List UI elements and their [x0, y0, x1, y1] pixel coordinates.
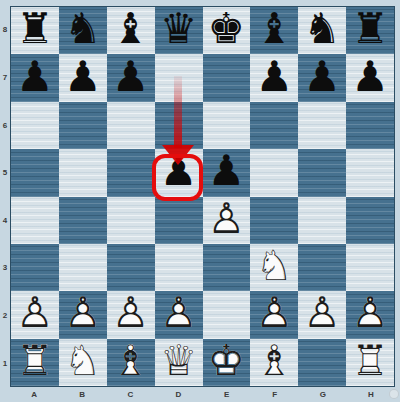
square-e4[interactable]: ♟♙ [203, 197, 251, 244]
square-c5[interactable] [107, 149, 155, 196]
white-pawn-e4[interactable]: ♟♙ [203, 197, 251, 244]
square-b2[interactable]: ♟♙ [59, 291, 107, 338]
black-pawn-c7[interactable]: ♟ [107, 54, 155, 101]
corner-dot [389, 389, 399, 399]
square-d1[interactable]: ♛♕ [155, 339, 203, 386]
piece-glyph: ♟ [346, 54, 394, 101]
square-b4[interactable] [59, 197, 107, 244]
piece-glyph: ♟ [107, 54, 155, 101]
square-h1[interactable]: ♜♖ [346, 339, 394, 386]
square-a7[interactable]: ♟ [11, 54, 59, 101]
white-pawn-d2[interactable]: ♟♙ [155, 291, 203, 338]
square-g2[interactable]: ♟♙ [298, 291, 346, 338]
rank-label-5: 5 [0, 149, 10, 197]
black-pawn-f7[interactable]: ♟ [250, 54, 298, 101]
square-e5[interactable]: ♟ [203, 149, 251, 196]
black-rook-a8[interactable]: ♜ [11, 7, 59, 54]
piece-outline-glyph: ♙ [107, 291, 155, 338]
piece-outline-glyph: ♖ [11, 339, 59, 386]
piece-glyph: ♟ [11, 54, 59, 101]
piece-glyph: ♞ [298, 7, 346, 54]
white-bishop-c1[interactable]: ♝♗ [107, 339, 155, 386]
piece-glyph: ♟ [155, 149, 203, 196]
piece-outline-glyph: ♗ [107, 339, 155, 386]
square-a5[interactable] [11, 149, 59, 196]
black-pawn-d5[interactable]: ♟ [155, 149, 203, 196]
piece-outline-glyph: ♖ [346, 339, 394, 386]
square-g4[interactable] [298, 197, 346, 244]
square-a3[interactable] [11, 244, 59, 291]
square-c6[interactable] [107, 102, 155, 149]
square-a2[interactable]: ♟♙ [11, 291, 59, 338]
square-a4[interactable] [11, 197, 59, 244]
rank-label-1: 1 [0, 339, 10, 387]
square-d4[interactable] [155, 197, 203, 244]
piece-outline-glyph: ♙ [298, 291, 346, 338]
piece-outline-glyph: ♙ [155, 291, 203, 338]
rank-label-4: 4 [0, 197, 10, 245]
chess-diagram: 87654321 ♜♞♝♛♚♝♞♜♟♟♟♟♟♟♟♟♟♙♞♘♟♙♟♙♟♙♟♙♟♙♟… [0, 0, 400, 402]
square-e6[interactable] [203, 102, 251, 149]
black-pawn-b7[interactable]: ♟ [59, 54, 107, 101]
square-c2[interactable]: ♟♙ [107, 291, 155, 338]
rank-label-6: 6 [0, 101, 10, 149]
square-h4[interactable] [346, 197, 394, 244]
black-king-e8[interactable]: ♚ [203, 7, 251, 54]
piece-outline-glyph: ♗ [250, 339, 298, 386]
square-h6[interactable] [346, 102, 394, 149]
square-b8[interactable]: ♞ [59, 7, 107, 54]
white-bishop-f1[interactable]: ♝♗ [250, 339, 298, 386]
square-h7[interactable]: ♟ [346, 54, 394, 101]
black-rook-h8[interactable]: ♜ [346, 7, 394, 54]
white-pawn-f2[interactable]: ♟♙ [250, 291, 298, 338]
square-c4[interactable] [107, 197, 155, 244]
white-queen-d1[interactable]: ♛♕ [155, 339, 203, 386]
square-g7[interactable]: ♟ [298, 54, 346, 101]
square-b3[interactable] [59, 244, 107, 291]
square-d2[interactable]: ♟♙ [155, 291, 203, 338]
square-a6[interactable] [11, 102, 59, 149]
piece-outline-glyph: ♕ [155, 339, 203, 386]
square-f8[interactable]: ♝ [250, 7, 298, 54]
square-f5[interactable] [250, 149, 298, 196]
square-e1[interactable]: ♚♔ [203, 339, 251, 386]
square-c7[interactable]: ♟ [107, 54, 155, 101]
square-e8[interactable]: ♚ [203, 7, 251, 54]
piece-outline-glyph: ♙ [250, 291, 298, 338]
square-f4[interactable] [250, 197, 298, 244]
square-b6[interactable] [59, 102, 107, 149]
white-pawn-b2[interactable]: ♟♙ [59, 291, 107, 338]
square-d5[interactable]: ♟ [155, 149, 203, 196]
file-label-c: C [106, 387, 154, 401]
white-pawn-g2[interactable]: ♟♙ [298, 291, 346, 338]
white-pawn-h2[interactable]: ♟♙ [346, 291, 394, 338]
file-label-e: E [203, 387, 251, 401]
file-label-b: B [58, 387, 106, 401]
piece-outline-glyph: ♙ [11, 291, 59, 338]
square-f2[interactable]: ♟♙ [250, 291, 298, 338]
black-knight-b8[interactable]: ♞ [59, 7, 107, 54]
square-d6[interactable] [155, 102, 203, 149]
square-e3[interactable] [203, 244, 251, 291]
piece-glyph: ♜ [346, 7, 394, 54]
black-pawn-a7[interactable]: ♟ [11, 54, 59, 101]
piece-glyph: ♟ [203, 149, 251, 196]
piece-outline-glyph: ♙ [59, 291, 107, 338]
square-f3[interactable]: ♞♘ [250, 244, 298, 291]
piece-glyph: ♟ [298, 54, 346, 101]
square-b1[interactable]: ♞♘ [59, 339, 107, 386]
piece-glyph: ♚ [203, 7, 251, 54]
piece-glyph: ♞ [59, 7, 107, 54]
square-f6[interactable] [250, 102, 298, 149]
black-pawn-h7[interactable]: ♟ [346, 54, 394, 101]
file-label-a: A [10, 387, 58, 401]
square-d8[interactable]: ♛ [155, 7, 203, 54]
file-label-f: F [251, 387, 299, 401]
square-d7[interactable] [155, 54, 203, 101]
rank-label-8: 8 [0, 6, 10, 54]
piece-glyph: ♟ [250, 54, 298, 101]
black-pawn-e5[interactable]: ♟ [203, 149, 251, 196]
black-bishop-f8[interactable]: ♝ [250, 7, 298, 54]
square-b5[interactable] [59, 149, 107, 196]
black-pawn-g7[interactable]: ♟ [298, 54, 346, 101]
rank-label-3: 3 [0, 244, 10, 292]
white-rook-a1[interactable]: ♜♖ [11, 339, 59, 386]
piece-glyph: ♝ [250, 7, 298, 54]
square-c3[interactable] [107, 244, 155, 291]
square-h8[interactable]: ♜ [346, 7, 394, 54]
file-label-g: G [299, 387, 347, 401]
file-labels: ABCDEFGH [10, 387, 395, 401]
white-pawn-c2[interactable]: ♟♙ [107, 291, 155, 338]
square-h2[interactable]: ♟♙ [346, 291, 394, 338]
white-knight-f3[interactable]: ♞♘ [250, 244, 298, 291]
rank-labels: 87654321 [0, 6, 10, 387]
square-h5[interactable] [346, 149, 394, 196]
piece-outline-glyph: ♙ [203, 197, 251, 244]
piece-outline-glyph: ♔ [203, 339, 251, 386]
piece-glyph: ♟ [59, 54, 107, 101]
square-g6[interactable] [298, 102, 346, 149]
square-c8[interactable]: ♝ [107, 7, 155, 54]
piece-glyph: ♜ [11, 7, 59, 54]
white-pawn-a2[interactable]: ♟♙ [11, 291, 59, 338]
square-g3[interactable] [298, 244, 346, 291]
square-g8[interactable]: ♞ [298, 7, 346, 54]
file-label-h: H [347, 387, 395, 401]
white-knight-b1[interactable]: ♞♘ [59, 339, 107, 386]
piece-glyph: ♛ [155, 7, 203, 54]
square-a1[interactable]: ♜♖ [11, 339, 59, 386]
piece-glyph: ♝ [107, 7, 155, 54]
black-queen-d8[interactable]: ♛ [155, 7, 203, 54]
white-rook-h1[interactable]: ♜♖ [346, 339, 394, 386]
piece-outline-glyph: ♘ [250, 244, 298, 291]
piece-outline-glyph: ♙ [346, 291, 394, 338]
chess-board[interactable]: ♜♞♝♛♚♝♞♜♟♟♟♟♟♟♟♟♟♙♞♘♟♙♟♙♟♙♟♙♟♙♟♙♟♙♜♖♞♘♝♗… [10, 6, 395, 387]
file-label-d: D [154, 387, 202, 401]
square-d3[interactable] [155, 244, 203, 291]
piece-outline-glyph: ♘ [59, 339, 107, 386]
square-g1[interactable] [298, 339, 346, 386]
square-h3[interactable] [346, 244, 394, 291]
square-c1[interactable]: ♝♗ [107, 339, 155, 386]
square-e2[interactable] [203, 291, 251, 338]
square-f1[interactable]: ♝♗ [250, 339, 298, 386]
rank-label-2: 2 [0, 292, 10, 340]
square-a8[interactable]: ♜ [11, 7, 59, 54]
rank-label-7: 7 [0, 54, 10, 102]
square-b7[interactable]: ♟ [59, 54, 107, 101]
square-g5[interactable] [298, 149, 346, 196]
black-bishop-c8[interactable]: ♝ [107, 7, 155, 54]
white-king-e1[interactable]: ♚♔ [203, 339, 251, 386]
square-e7[interactable] [203, 54, 251, 101]
black-knight-g8[interactable]: ♞ [298, 7, 346, 54]
square-f7[interactable]: ♟ [250, 54, 298, 101]
